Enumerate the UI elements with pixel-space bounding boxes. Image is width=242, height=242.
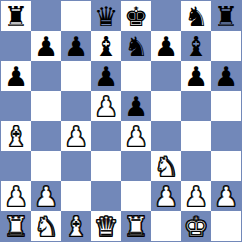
square-g3[interactable]: [181, 151, 211, 181]
square-a7[interactable]: [1, 31, 31, 61]
chess-board: ♜♛♚♞♜♟♟♝♞♟♝♟♟♟♟♟♟♝♟♟♞♟♟♟♟♟♜♞♝♛♜♚: [0, 0, 242, 242]
square-g5[interactable]: [181, 91, 211, 121]
square-g4[interactable]: [181, 121, 211, 151]
piece-black-knight: ♞: [124, 33, 148, 60]
square-d2[interactable]: [91, 181, 121, 211]
piece-white-rook: ♜: [124, 213, 148, 240]
square-b2[interactable]: ♟: [31, 181, 61, 211]
square-d8[interactable]: ♛: [91, 1, 121, 31]
square-h8[interactable]: ♜: [211, 1, 241, 31]
square-f6[interactable]: [151, 61, 181, 91]
square-c7[interactable]: ♟: [61, 31, 91, 61]
square-h3[interactable]: [211, 151, 241, 181]
square-f1[interactable]: [151, 211, 181, 241]
square-g6[interactable]: ♟: [181, 61, 211, 91]
piece-white-bishop: ♝: [64, 213, 88, 240]
square-e2[interactable]: [121, 181, 151, 211]
square-b3[interactable]: [31, 151, 61, 181]
square-b1[interactable]: ♞: [31, 211, 61, 241]
piece-white-pawn: ♟: [214, 183, 238, 210]
piece-white-pawn: ♟: [154, 183, 178, 210]
square-e3[interactable]: [121, 151, 151, 181]
piece-black-rook: ♜: [214, 3, 238, 30]
square-e5[interactable]: ♟: [121, 91, 151, 121]
square-e8[interactable]: ♚: [121, 1, 151, 31]
piece-black-knight: ♞: [184, 3, 208, 30]
square-d6[interactable]: ♟: [91, 61, 121, 91]
square-a8[interactable]: ♜: [1, 1, 31, 31]
square-a2[interactable]: ♟: [1, 181, 31, 211]
square-b6[interactable]: [31, 61, 61, 91]
square-d3[interactable]: [91, 151, 121, 181]
piece-black-rook: ♜: [4, 3, 28, 30]
square-h6[interactable]: ♟: [211, 61, 241, 91]
square-a4[interactable]: ♝: [1, 121, 31, 151]
piece-white-pawn: ♟: [124, 123, 148, 150]
piece-black-pawn: ♟: [124, 93, 148, 120]
piece-black-bishop: ♝: [184, 33, 208, 60]
square-h7[interactable]: [211, 31, 241, 61]
piece-white-queen: ♛: [94, 213, 118, 240]
square-a6[interactable]: ♟: [1, 61, 31, 91]
square-h5[interactable]: [211, 91, 241, 121]
piece-black-king: ♚: [124, 3, 148, 30]
piece-white-rook: ♜: [4, 213, 28, 240]
square-g1[interactable]: ♚: [181, 211, 211, 241]
piece-black-bishop: ♝: [94, 33, 118, 60]
piece-white-king: ♚: [184, 213, 208, 240]
square-d5[interactable]: ♟: [91, 91, 121, 121]
piece-white-pawn: ♟: [94, 93, 118, 120]
square-f7[interactable]: ♟: [151, 31, 181, 61]
piece-black-pawn: ♟: [154, 33, 178, 60]
square-g7[interactable]: ♝: [181, 31, 211, 61]
square-b8[interactable]: [31, 1, 61, 31]
square-d7[interactable]: ♝: [91, 31, 121, 61]
piece-white-bishop: ♝: [4, 123, 28, 150]
piece-black-queen: ♛: [94, 3, 118, 30]
square-g8[interactable]: ♞: [181, 1, 211, 31]
square-a3[interactable]: [1, 151, 31, 181]
piece-black-pawn: ♟: [94, 63, 118, 90]
square-g2[interactable]: ♟: [181, 181, 211, 211]
piece-white-pawn: ♟: [64, 123, 88, 150]
square-c5[interactable]: [61, 91, 91, 121]
square-e1[interactable]: ♜: [121, 211, 151, 241]
square-b5[interactable]: [31, 91, 61, 121]
square-f3[interactable]: ♞: [151, 151, 181, 181]
piece-black-pawn: ♟: [4, 63, 28, 90]
square-a5[interactable]: [1, 91, 31, 121]
square-e4[interactable]: ♟: [121, 121, 151, 151]
piece-black-pawn: ♟: [34, 33, 58, 60]
square-c3[interactable]: [61, 151, 91, 181]
piece-white-knight: ♞: [154, 153, 178, 180]
square-f4[interactable]: [151, 121, 181, 151]
square-b4[interactable]: [31, 121, 61, 151]
square-h2[interactable]: ♟: [211, 181, 241, 211]
square-e6[interactable]: [121, 61, 151, 91]
square-b7[interactable]: ♟: [31, 31, 61, 61]
square-h4[interactable]: [211, 121, 241, 151]
piece-white-pawn: ♟: [184, 183, 208, 210]
square-e7[interactable]: ♞: [121, 31, 151, 61]
square-a1[interactable]: ♜: [1, 211, 31, 241]
square-c2[interactable]: [61, 181, 91, 211]
square-h1[interactable]: [211, 211, 241, 241]
square-d1[interactable]: ♛: [91, 211, 121, 241]
piece-black-pawn: ♟: [184, 63, 208, 90]
piece-white-pawn: ♟: [34, 183, 58, 210]
square-f8[interactable]: [151, 1, 181, 31]
piece-black-pawn: ♟: [64, 33, 88, 60]
square-f2[interactable]: ♟: [151, 181, 181, 211]
piece-black-pawn: ♟: [214, 63, 238, 90]
square-c1[interactable]: ♝: [61, 211, 91, 241]
piece-white-knight: ♞: [34, 213, 58, 240]
piece-white-pawn: ♟: [4, 183, 28, 210]
square-c4[interactable]: ♟: [61, 121, 91, 151]
square-c8[interactable]: [61, 1, 91, 31]
square-f5[interactable]: [151, 91, 181, 121]
square-c6[interactable]: [61, 61, 91, 91]
square-d4[interactable]: [91, 121, 121, 151]
